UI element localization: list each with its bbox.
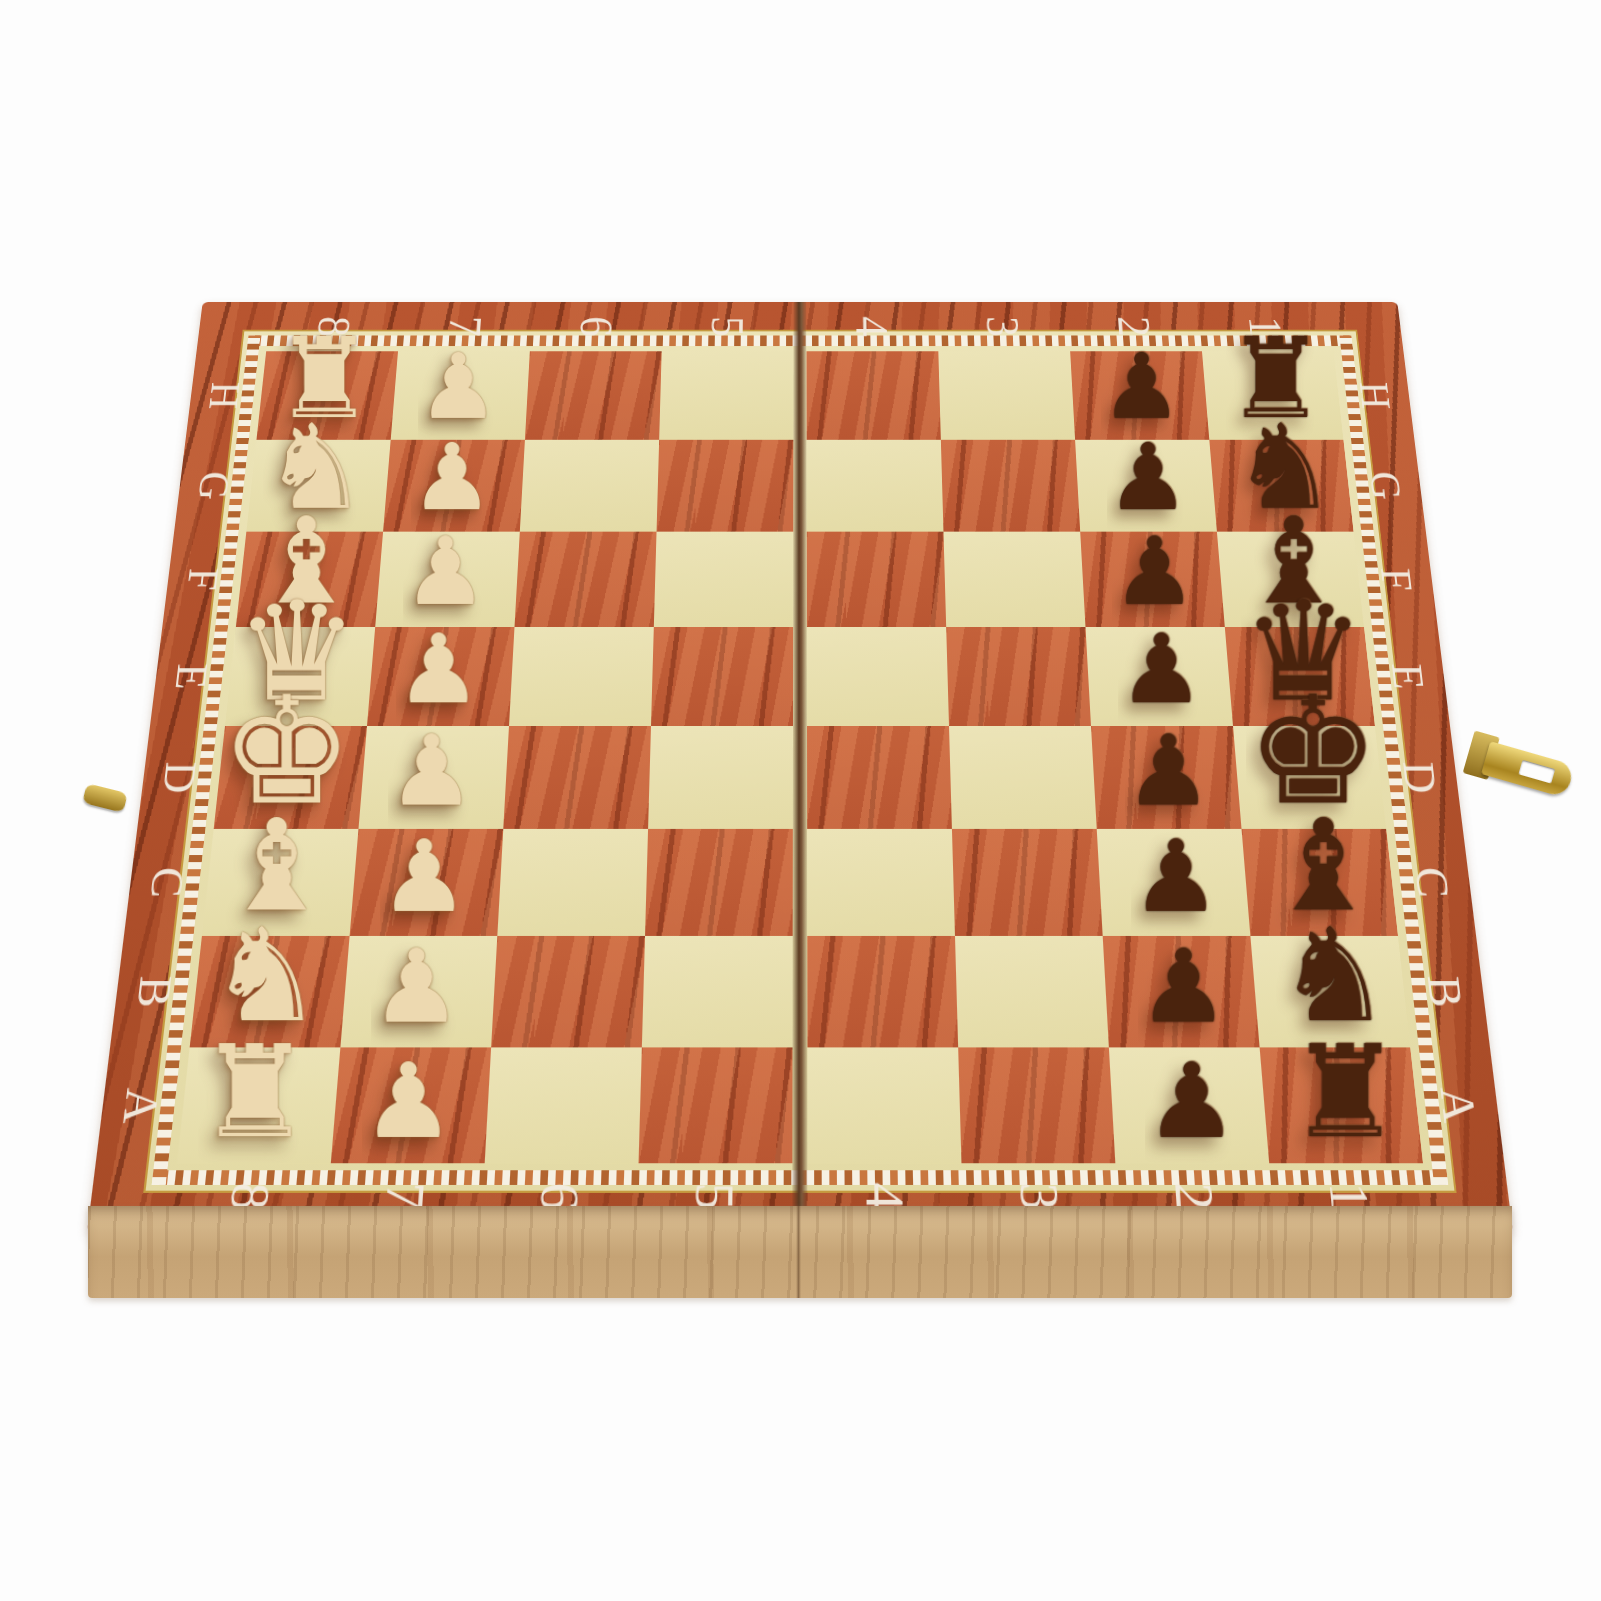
square-h8 [256, 351, 398, 440]
square-e2 [1085, 627, 1233, 726]
square-f1 [1217, 532, 1364, 627]
square-f8 [236, 532, 383, 627]
product-photo: 8877665544332211HHGGFFEEDDCCBBAA ♜♟♟♜♞♟♟… [0, 0, 1601, 1601]
dark-pawn-b2: ♟ [1138, 936, 1229, 1038]
square-g6 [520, 440, 659, 532]
light-pawn-c7: ♟ [380, 827, 469, 927]
rank-label-top-6: 6 [570, 316, 624, 337]
square-g8 [246, 440, 390, 532]
dark-pawn-a2: ♟ [1145, 1049, 1238, 1153]
file-label-left-F: F [177, 568, 230, 591]
square-g7 [383, 440, 525, 532]
file-label-right-G: G [1359, 471, 1412, 499]
square-g2 [1075, 440, 1217, 532]
rank-label-top-1: 1 [1238, 316, 1294, 337]
square-h7 [391, 351, 530, 440]
square-f4 [807, 532, 946, 627]
square-h5 [659, 351, 793, 440]
dark-pawn-d2: ♟ [1125, 722, 1213, 820]
square-h1 [1202, 351, 1344, 440]
rank-label-top-5: 5 [701, 316, 755, 337]
rank-label-top-4: 4 [845, 316, 899, 337]
light-pawn-d7: ♟ [388, 722, 476, 820]
square-f2 [1080, 532, 1225, 627]
file-label-right-H: H [1349, 381, 1401, 408]
file-label-left-H: H [199, 381, 251, 408]
board-scene: 8877665544332211HHGGFFEEDDCCBBAA ♜♟♟♜♞♟♟… [150, 246, 1450, 1206]
square-h2 [1070, 351, 1209, 440]
box-side-edge [88, 1206, 1512, 1298]
dark-pawn-c2: ♟ [1131, 827, 1220, 927]
square-f6 [515, 532, 657, 627]
square-g3 [941, 440, 1080, 532]
square-g1 [1209, 440, 1353, 532]
square-f5 [654, 532, 793, 627]
file-label-left-E: E [165, 663, 220, 689]
rank-label-top-7: 7 [438, 316, 493, 337]
square-e6 [509, 627, 654, 726]
right-brass-latch [1460, 726, 1584, 813]
chess-board: 8877665544332211HHGGFFEEDDCCBBAA ♜♟♟♜♞♟♟… [87, 302, 1513, 1232]
square-g5 [657, 440, 794, 532]
square-f3 [943, 532, 1085, 627]
square-e3 [946, 627, 1091, 726]
light-rook-a8: ♜ [198, 1028, 312, 1156]
light-pawn-a7: ♟ [362, 1049, 455, 1153]
rank-label-top-8: 8 [307, 316, 363, 337]
square-f7 [375, 532, 520, 627]
rank-label-top-3: 3 [976, 316, 1030, 337]
square-e7 [367, 627, 515, 726]
file-label-right-E: E [1381, 663, 1436, 689]
square-e4 [807, 627, 949, 726]
file-label-right-F: F [1370, 568, 1423, 591]
rank-label-top-2: 2 [1107, 316, 1162, 337]
square-h6 [525, 351, 662, 440]
file-label-left-G: G [188, 471, 241, 499]
dark-rook-a1: ♜ [1288, 1028, 1402, 1156]
light-pawn-b7: ♟ [371, 936, 462, 1038]
square-h4 [806, 351, 940, 440]
square-e5 [651, 627, 793, 726]
square-g4 [807, 440, 944, 532]
square-h3 [938, 351, 1075, 440]
left-brass-clasp [82, 783, 128, 813]
